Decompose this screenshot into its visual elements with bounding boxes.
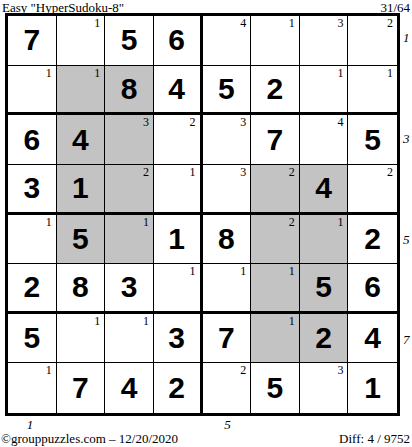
given-digit: 2 <box>300 314 348 363</box>
cell-r6c7[interactable]: 5 <box>300 264 349 314</box>
pencil-mark: 2 <box>240 363 246 377</box>
given-digit: 3 <box>154 314 200 363</box>
pencil-mark: 1 <box>190 165 196 179</box>
cell-r2c2[interactable]: 1 <box>57 66 106 116</box>
cell-r5c4[interactable]: 1 <box>154 215 203 265</box>
cell-r6c8[interactable]: 6 <box>348 264 397 314</box>
given-digit: 4 <box>105 363 153 413</box>
given-digit: 2 <box>8 264 56 311</box>
given-digit: 6 <box>154 16 200 65</box>
cell-r3c8[interactable]: 5 <box>348 115 397 165</box>
pencil-mark: 1 <box>240 264 246 278</box>
given-digit: 2 <box>154 363 200 413</box>
given-digit: 7 <box>8 16 56 65</box>
cell-r8c2[interactable]: 7 <box>57 363 106 413</box>
pencil-mark: 1 <box>387 66 393 80</box>
pencil-mark: 2 <box>387 165 393 179</box>
cell-r7c6[interactable]: 1 <box>251 314 300 364</box>
cell-r8c3[interactable]: 4 <box>105 363 154 413</box>
pencil-mark: 2 <box>289 165 295 179</box>
cell-r8c7[interactable]: 3 <box>300 363 349 413</box>
cell-r2c4[interactable]: 4 <box>154 66 203 116</box>
pencil-mark: 1 <box>46 215 52 229</box>
cell-r5c7[interactable]: 1 <box>300 215 349 265</box>
row-label-3: 3 <box>403 132 410 146</box>
cell-r1c8[interactable]: 2 <box>348 16 397 66</box>
pencil-mark: 1 <box>337 66 343 80</box>
given-digit: 6 <box>8 115 56 164</box>
given-digit: 2 <box>251 66 299 113</box>
pencil-mark: 1 <box>46 363 52 377</box>
cell-r8c5[interactable]: 2 <box>203 363 252 413</box>
cell-r8c6[interactable]: 5 <box>251 363 300 413</box>
given-digit: 4 <box>57 115 105 164</box>
cell-r7c3[interactable]: 1 <box>105 314 154 364</box>
cell-r5c1[interactable]: 1 <box>8 215 57 265</box>
given-digit: 6 <box>348 264 397 311</box>
pencil-mark: 1 <box>190 264 196 278</box>
cell-r1c2[interactable]: 1 <box>57 16 106 66</box>
given-digit: 5 <box>105 16 153 65</box>
cell-r5c2[interactable]: 5 <box>57 215 106 265</box>
pencil-mark: 1 <box>289 16 295 30</box>
pencil-mark: 2 <box>387 16 393 30</box>
board: 7156413211845211643237453121324215118212… <box>5 13 400 416</box>
cell-r6c3[interactable]: 3 <box>105 264 154 314</box>
cell-r7c2[interactable]: 1 <box>57 314 106 364</box>
cell-r7c7[interactable]: 2 <box>300 314 349 364</box>
cell-r6c2[interactable]: 8 <box>57 264 106 314</box>
pencil-mark: 1 <box>94 66 100 80</box>
cell-r1c1[interactable]: 7 <box>8 16 57 66</box>
cell-r4c6[interactable]: 2 <box>251 165 300 215</box>
given-digit: 5 <box>300 264 348 311</box>
cell-r8c4[interactable]: 2 <box>154 363 203 413</box>
cell-r6c1[interactable]: 2 <box>8 264 57 314</box>
pencil-mark: 1 <box>143 314 149 328</box>
pencil-mark: 2 <box>289 215 295 229</box>
cell-r6c6[interactable]: 1 <box>251 264 300 314</box>
given-digit: 5 <box>8 314 56 363</box>
row-label-1: 1 <box>403 31 410 45</box>
cell-r8c1[interactable]: 1 <box>8 363 57 413</box>
cell-r8c8[interactable]: 1 <box>348 363 397 413</box>
given-digit: 5 <box>57 215 105 264</box>
cell-r7c8[interactable]: 4 <box>348 314 397 364</box>
cell-r5c5[interactable]: 8 <box>203 215 252 265</box>
cell-r7c5[interactable]: 7 <box>203 314 252 364</box>
cell-r2c8[interactable]: 1 <box>348 66 397 116</box>
pencil-mark: 3 <box>240 115 246 129</box>
given-digit: 4 <box>348 314 397 363</box>
given-digit: 3 <box>105 264 153 311</box>
cell-r1c6[interactable]: 1 <box>251 16 300 66</box>
pencil-mark: 2 <box>143 165 149 179</box>
pencil-mark: 1 <box>337 215 343 229</box>
given-digit: 1 <box>57 165 105 212</box>
given-digit: 4 <box>300 165 348 212</box>
pencil-mark: 4 <box>240 16 246 30</box>
pencil-mark: 2 <box>190 115 196 129</box>
cell-r5c6[interactable]: 2 <box>251 215 300 265</box>
pencil-mark: 3 <box>337 16 343 30</box>
given-digit: 7 <box>251 115 299 164</box>
cell-r4c3[interactable]: 2 <box>105 165 154 215</box>
cell-r4c5[interactable]: 3 <box>203 165 252 215</box>
pencil-mark: 3 <box>143 115 149 129</box>
given-digit: 8 <box>203 215 251 264</box>
cell-r5c3[interactable]: 1 <box>105 215 154 265</box>
cell-r3c6[interactable]: 7 <box>251 115 300 165</box>
difficulty-text: Diff: 4 / 9752 <box>339 431 410 447</box>
cell-r3c1[interactable]: 6 <box>8 115 57 165</box>
pencil-mark: 3 <box>337 363 343 377</box>
cell-r1c7[interactable]: 3 <box>300 16 349 66</box>
given-digit: 5 <box>203 66 251 113</box>
given-digit: 8 <box>57 264 105 311</box>
cell-r1c3[interactable]: 5 <box>105 16 154 66</box>
given-digit: 5 <box>348 115 397 164</box>
given-digit: 5 <box>251 363 299 413</box>
given-digit: 2 <box>348 215 397 264</box>
cell-r3c2[interactable]: 4 <box>57 115 106 165</box>
pencil-mark: 3 <box>240 165 246 179</box>
pencil-mark: 1 <box>289 314 295 328</box>
cell-r2c5[interactable]: 5 <box>203 66 252 116</box>
cell-r4c7[interactable]: 4 <box>300 165 349 215</box>
given-digit: 7 <box>203 314 251 363</box>
cell-r2c7[interactable]: 1 <box>300 66 349 116</box>
cell-r3c7[interactable]: 4 <box>300 115 349 165</box>
cell-r6c4[interactable]: 1 <box>154 264 203 314</box>
cell-r5c8[interactable]: 2 <box>348 215 397 265</box>
given-digit: 8 <box>105 66 153 113</box>
cell-r7c1[interactable]: 5 <box>8 314 57 364</box>
given-digit: 1 <box>154 215 200 264</box>
col-label-1: 1 <box>27 418 34 432</box>
pencil-mark: 1 <box>289 264 295 278</box>
cell-r2c1[interactable]: 1 <box>8 66 57 116</box>
cell-r1c4[interactable]: 6 <box>154 16 203 66</box>
cell-r7c4[interactable]: 3 <box>154 314 203 364</box>
row-label-5: 5 <box>403 233 410 247</box>
given-digit: 4 <box>154 66 200 113</box>
cell-r3c5[interactable]: 3 <box>203 115 252 165</box>
given-digit: 3 <box>8 165 56 212</box>
cell-r3c4[interactable]: 2 <box>154 115 203 165</box>
given-digit: 7 <box>57 363 105 413</box>
cell-r6c5[interactable]: 1 <box>203 264 252 314</box>
cell-r4c8[interactable]: 2 <box>348 165 397 215</box>
row-label-7: 7 <box>403 333 410 347</box>
copyright-text: ©grouppuzzles.com – 12/20/2020 <box>1 431 178 447</box>
cell-r2c3[interactable]: 8 <box>105 66 154 116</box>
given-digit: 1 <box>348 363 397 413</box>
pencil-mark: 1 <box>94 314 100 328</box>
pencil-mark: 1 <box>143 215 149 229</box>
cell-r4c4[interactable]: 1 <box>154 165 203 215</box>
pencil-mark: 4 <box>337 115 343 129</box>
cell-r4c2[interactable]: 1 <box>57 165 106 215</box>
pencil-mark: 1 <box>94 16 100 30</box>
cell-r3c3[interactable]: 3 <box>105 115 154 165</box>
pencil-mark: 1 <box>46 66 52 80</box>
col-label-5: 5 <box>224 418 231 432</box>
cell-r4c1[interactable]: 3 <box>8 165 57 215</box>
cell-r2c6[interactable]: 2 <box>251 66 300 116</box>
puzzle-page: Easy "HyperSudoku-8" 31/64 7156413211845… <box>0 0 412 447</box>
cell-r1c5[interactable]: 4 <box>203 16 252 66</box>
